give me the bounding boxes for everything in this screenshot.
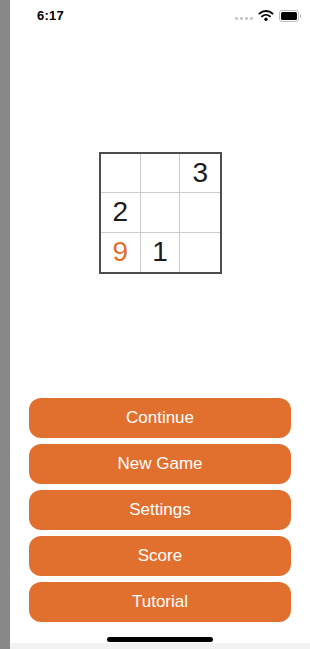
sudoku-cell xyxy=(141,193,181,232)
battery-icon xyxy=(279,10,302,22)
sudoku-cell: 1 xyxy=(141,233,181,272)
app-screen: 6:17 3 2 9 1 xyxy=(10,0,310,649)
sudoku-cell xyxy=(180,233,220,272)
new-game-button[interactable]: New Game xyxy=(29,444,291,484)
wifi-icon xyxy=(258,7,274,25)
status-time: 6:17 xyxy=(37,8,64,23)
continue-button[interactable]: Continue xyxy=(29,398,291,438)
sudoku-cell: 2 xyxy=(101,193,141,232)
sudoku-cell xyxy=(180,193,220,232)
score-button[interactable]: Score xyxy=(29,536,291,576)
cellular-signal-icon xyxy=(235,11,253,21)
status-bar: 6:17 xyxy=(10,0,310,40)
sudoku-cell xyxy=(101,154,141,193)
status-icons xyxy=(235,9,302,23)
sudoku-cell xyxy=(141,154,181,193)
home-indicator[interactable] xyxy=(107,637,213,642)
bottom-strip xyxy=(10,643,310,649)
sudoku-cell: 9 xyxy=(101,233,141,272)
sudoku-preview-grid: 3 2 9 1 xyxy=(99,152,222,274)
main-menu: Continue New Game Settings Score Tutoria… xyxy=(29,398,291,622)
settings-button[interactable]: Settings xyxy=(29,490,291,530)
sudoku-cell: 3 xyxy=(180,154,220,193)
tutorial-button[interactable]: Tutorial xyxy=(29,582,291,622)
